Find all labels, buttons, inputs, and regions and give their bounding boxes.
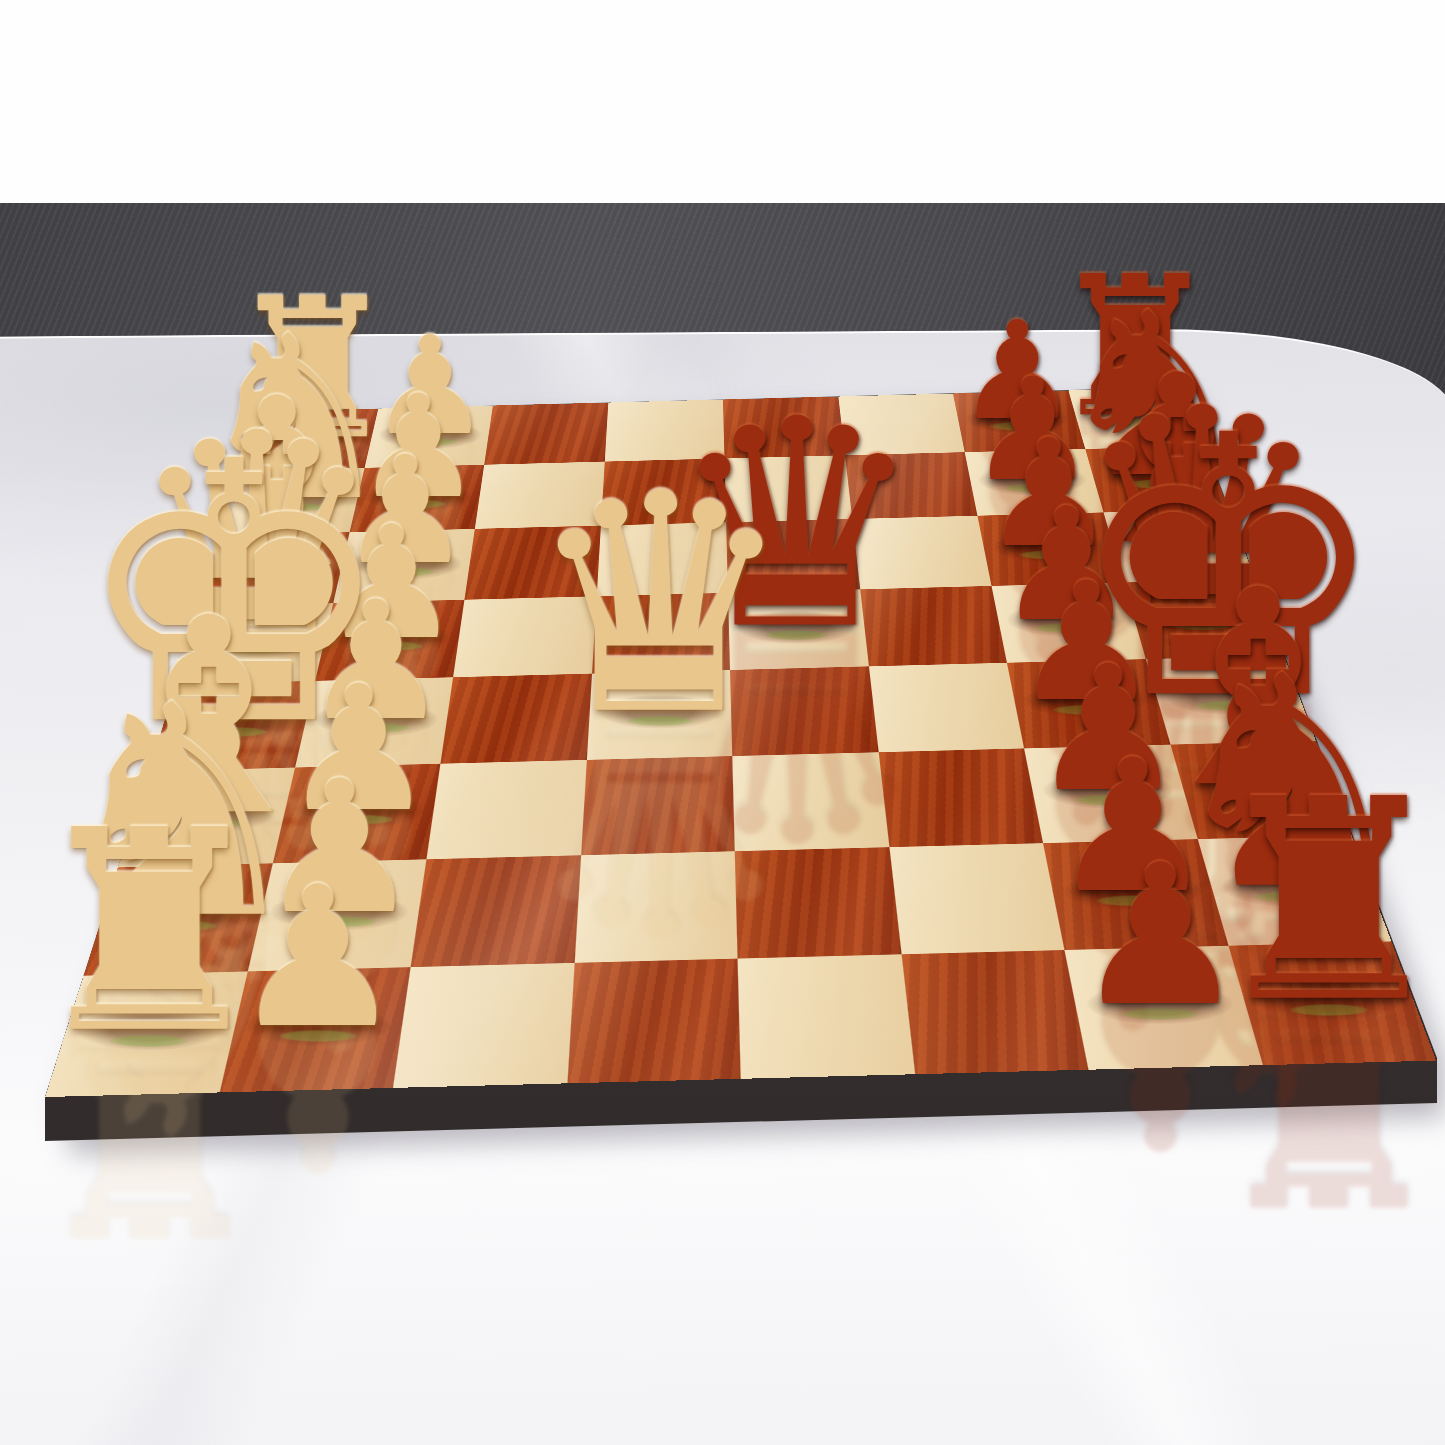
chess-set-photo: ♜♜♟♟♟♟♜♜♞♞♟♟♟♟♞♞♝♝♟♟♟♟♝♝♛♛♟♟♛♛♟♟♛♛♚♚♟♟♛♛… [0,0,1445,1445]
white-pawn-glyph: ♟ [231,860,406,1055]
white-queen-glyph: ♛ [524,453,795,756]
red-rook-glyph: ♜ [1204,763,1445,1040]
